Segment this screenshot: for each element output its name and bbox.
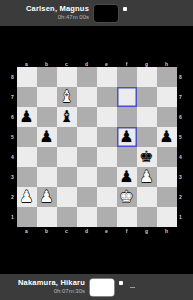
square-f8[interactable]: [117, 67, 137, 87]
square-g6[interactable]: [137, 107, 157, 127]
square-b6[interactable]: [37, 107, 57, 127]
player-info-bottom: Nakamura, Hikaru 0h:07m:30s: [18, 279, 85, 295]
rank-label-4: 4: [9, 147, 17, 167]
square-d2[interactable]: [77, 187, 97, 207]
square-e8[interactable]: [97, 67, 117, 87]
file-label-a: a: [17, 227, 37, 234]
square-h6[interactable]: [157, 107, 177, 127]
dash-icon: [130, 287, 135, 289]
square-h5[interactable]: ♟: [157, 127, 177, 147]
player-clock-bottom: 0h:07m:30s: [18, 288, 85, 295]
file-label-g: g: [137, 227, 157, 234]
square-a3[interactable]: [17, 167, 37, 187]
file-label-b: b: [37, 227, 57, 234]
player-name-bottom: Nakamura, Hikaru: [18, 279, 85, 287]
square-e5[interactable]: [97, 127, 117, 147]
file-label-c: c: [57, 227, 77, 234]
square-f3[interactable]: ♟: [117, 167, 137, 187]
square-d4[interactable]: [77, 147, 97, 167]
rank-label-3: 3: [177, 167, 185, 187]
piece-white-pawn[interactable]: ♟: [139, 167, 153, 187]
file-label-e: e: [97, 227, 117, 234]
square-g3[interactable]: ♟: [137, 167, 157, 187]
player-info-top: Carlsen, Magnus 0h:47m 00s: [26, 5, 89, 21]
square-a4[interactable]: [17, 147, 37, 167]
file-label-b: b: [37, 60, 57, 67]
player-bar-top: Carlsen, Magnus 0h:47m 00s: [0, 0, 193, 26]
piece-black-bishop[interactable]: ♝: [59, 107, 73, 127]
square-e2[interactable]: [97, 187, 117, 207]
board-corner: [177, 60, 185, 67]
square-g4[interactable]: ♚: [137, 147, 157, 167]
white-square-icon: [119, 281, 123, 285]
square-f2[interactable]: ♚: [117, 187, 137, 207]
rank-label-5: 5: [177, 127, 185, 147]
file-label-d: d: [77, 60, 97, 67]
file-label-d: d: [77, 227, 97, 234]
square-h8[interactable]: [157, 67, 177, 87]
square-b8[interactable]: [37, 67, 57, 87]
file-label-e: e: [97, 60, 117, 67]
rank-label-2: 2: [9, 187, 17, 207]
file-label-a: a: [17, 60, 37, 67]
rank-label-5: 5: [9, 127, 17, 147]
player-name-top: Carlsen, Magnus: [26, 5, 89, 13]
square-c1[interactable]: [57, 207, 77, 227]
board-corner: [9, 227, 17, 234]
piece-black-pawn[interactable]: ♟: [39, 127, 53, 147]
square-d5[interactable]: [77, 127, 97, 147]
piece-black-pawn[interactable]: ♟: [159, 127, 173, 147]
square-f6[interactable]: [117, 107, 137, 127]
rank-label-1: 1: [177, 207, 185, 227]
file-label-f: f: [117, 227, 137, 234]
chess-board: abcdefgh887♝76♟♝65♟♟♟54♚43♟♟32♟♟♚211abcd…: [9, 60, 185, 234]
board-corner: [177, 227, 185, 234]
player-bar-bottom: Nakamura, Hikaru 0h:07m:30s: [0, 274, 193, 300]
square-a8[interactable]: [17, 67, 37, 87]
square-d7[interactable]: [77, 87, 97, 107]
square-h2[interactable]: [157, 187, 177, 207]
rank-label-8: 8: [177, 67, 185, 87]
rank-label-8: 8: [9, 67, 17, 87]
avatar-bottom-white: [90, 279, 114, 296]
square-e6[interactable]: [97, 107, 117, 127]
piece-white-pawn[interactable]: ♟: [39, 187, 53, 207]
square-a7[interactable]: [17, 87, 37, 107]
square-a2[interactable]: ♟: [17, 187, 37, 207]
square-c6[interactable]: ♝: [57, 107, 77, 127]
board-corner: [9, 60, 17, 67]
square-b1[interactable]: [37, 207, 57, 227]
piece-white-pawn[interactable]: ♟: [19, 187, 33, 207]
square-b3[interactable]: [37, 167, 57, 187]
piece-black-pawn[interactable]: ♟: [19, 107, 33, 127]
piece-white-king[interactable]: ♚: [119, 187, 133, 207]
square-b4[interactable]: [37, 147, 57, 167]
square-f4[interactable]: [117, 147, 137, 167]
player-clock-top: 0h:47m 00s: [26, 14, 89, 21]
square-h7[interactable]: [157, 87, 177, 107]
square-d6[interactable]: [77, 107, 97, 127]
piece-white-bishop[interactable]: ♝: [59, 87, 73, 107]
rank-label-4: 4: [177, 147, 185, 167]
square-c2[interactable]: [57, 187, 77, 207]
square-h4[interactable]: [157, 147, 177, 167]
icons-top: [123, 5, 127, 22]
file-label-f: f: [117, 60, 137, 67]
file-label-h: h: [157, 227, 177, 234]
file-label-c: c: [57, 60, 77, 67]
square-d1[interactable]: [77, 207, 97, 227]
rank-label-6: 6: [9, 107, 17, 127]
file-label-h: h: [157, 60, 177, 67]
square-a6[interactable]: ♟: [17, 107, 37, 127]
square-g5[interactable]: [137, 127, 157, 147]
icons-bottom: [119, 279, 135, 296]
square-g7[interactable]: [137, 87, 157, 107]
square-e3[interactable]: [97, 167, 117, 187]
square-c5[interactable]: [57, 127, 77, 147]
square-h3[interactable]: [157, 167, 177, 187]
rank-label-7: 7: [177, 87, 185, 107]
square-g2[interactable]: [137, 187, 157, 207]
white-square-icon: [123, 7, 127, 11]
file-label-g: g: [137, 60, 157, 67]
piece-black-pawn[interactable]: ♟: [119, 167, 133, 187]
square-e7[interactable]: [97, 87, 117, 107]
square-f7[interactable]: [117, 87, 137, 107]
square-h1[interactable]: [157, 207, 177, 227]
square-b7[interactable]: [37, 87, 57, 107]
square-f5[interactable]: ♟: [117, 127, 137, 147]
square-c3[interactable]: [57, 167, 77, 187]
square-d3[interactable]: [77, 167, 97, 187]
square-e1[interactable]: [97, 207, 117, 227]
rank-label-7: 7: [9, 87, 17, 107]
square-d8[interactable]: [77, 67, 97, 87]
square-e4[interactable]: [97, 147, 117, 167]
square-a1[interactable]: [17, 207, 37, 227]
piece-black-king[interactable]: ♚: [139, 147, 153, 167]
square-a5[interactable]: [17, 127, 37, 147]
square-g8[interactable]: [137, 67, 157, 87]
rank-label-2: 2: [177, 187, 185, 207]
square-g1[interactable]: [137, 207, 157, 227]
rank-label-1: 1: [9, 207, 17, 227]
square-b5[interactable]: ♟: [37, 127, 57, 147]
square-c8[interactable]: [57, 67, 77, 87]
square-c7[interactable]: ♝: [57, 87, 77, 107]
chess-app: Carlsen, Magnus 0h:47m 00s abcdefgh887♝7…: [0, 0, 193, 300]
piece-black-pawn[interactable]: ♟: [119, 127, 133, 147]
rank-label-6: 6: [177, 107, 185, 127]
avatar-top-black: [94, 5, 118, 22]
square-c4[interactable]: [57, 147, 77, 167]
square-b2[interactable]: ♟: [37, 187, 57, 207]
square-f1[interactable]: [117, 207, 137, 227]
rank-label-3: 3: [9, 167, 17, 187]
